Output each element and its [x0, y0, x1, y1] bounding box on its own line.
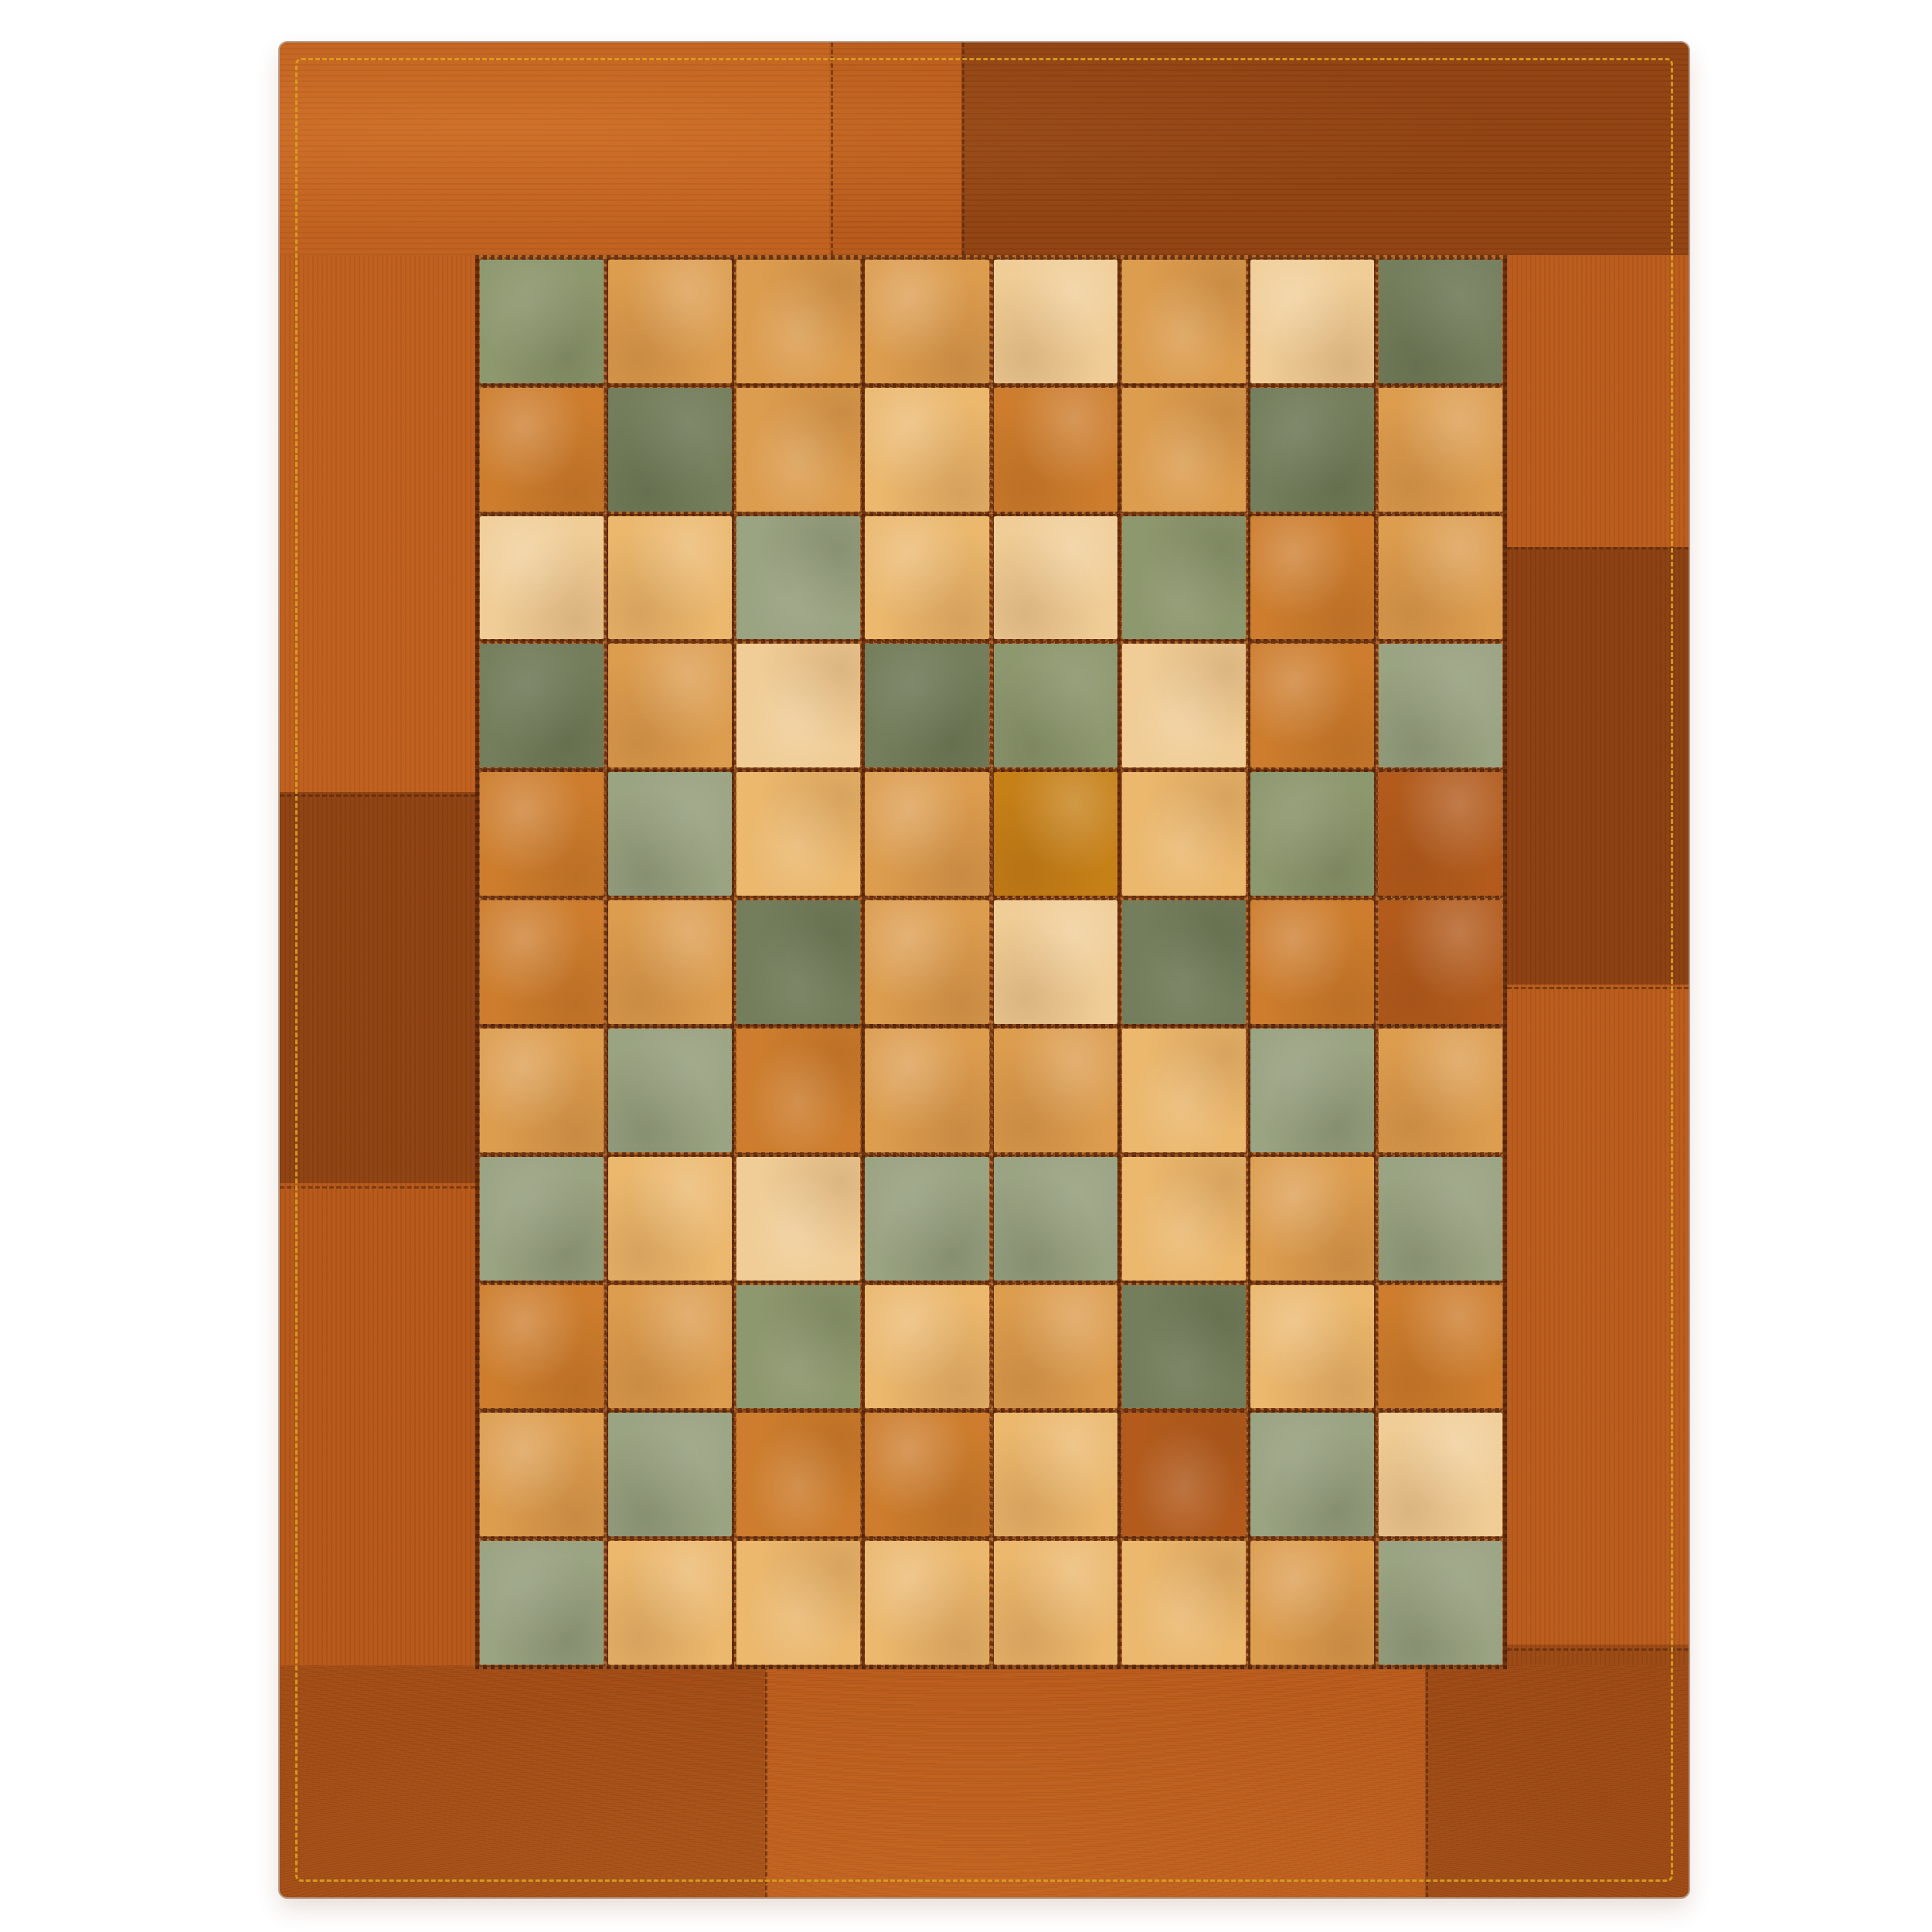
board-square-r6c1[interactable] — [480, 900, 604, 1024]
board-square-r11c2[interactable] — [608, 1541, 732, 1665]
board-square-r6c3[interactable] — [736, 900, 860, 1024]
board-square-r3c7[interactable] — [1250, 516, 1374, 640]
board-square-r2c7[interactable] — [1250, 388, 1374, 512]
board-square-r7c2[interactable] — [608, 1029, 732, 1152]
board-square-r9c5[interactable] — [994, 1285, 1117, 1409]
board-square-r7c8[interactable] — [1379, 1029, 1502, 1152]
board-square-r6c4[interactable] — [865, 900, 988, 1024]
board-square-r11c5[interactable] — [994, 1541, 1117, 1665]
border-patch-seam — [765, 1665, 767, 1897]
board-square-r5c7[interactable] — [1250, 772, 1374, 896]
border-patch-seam — [1507, 547, 1689, 549]
board-square-r10c1[interactable] — [480, 1413, 604, 1536]
leather-patchwork-game-rug — [280, 43, 1689, 1897]
border-top-strip — [280, 43, 1689, 255]
board-square-r7c7[interactable] — [1250, 1029, 1374, 1152]
board-square-r1c2[interactable] — [608, 260, 732, 383]
board-square-r7c1[interactable] — [480, 1029, 604, 1152]
board-square-r5c2[interactable] — [608, 772, 732, 896]
board-square-r4c1[interactable] — [480, 644, 604, 767]
board-square-r1c8[interactable] — [1379, 260, 1502, 383]
board-square-r3c4[interactable] — [865, 516, 988, 640]
board-square-r7c4[interactable] — [865, 1029, 988, 1152]
board-square-r3c3[interactable] — [736, 516, 860, 640]
board-square-r8c5[interactable] — [994, 1157, 1117, 1281]
board-square-r4c5[interactable] — [994, 644, 1117, 767]
border-left-strip — [280, 255, 475, 1665]
board-square-r3c6[interactable] — [1122, 516, 1246, 640]
border-patch-seam — [831, 43, 833, 255]
board-square-r8c2[interactable] — [608, 1157, 732, 1281]
board-square-r11c4[interactable] — [865, 1541, 988, 1665]
board-square-r7c3[interactable] — [736, 1029, 860, 1152]
board-square-r5c5[interactable] — [994, 772, 1117, 896]
border-patch-seam — [1426, 1665, 1428, 1897]
board-square-r11c7[interactable] — [1250, 1541, 1374, 1665]
board-square-r9c2[interactable] — [608, 1285, 732, 1409]
border-patch-seam — [962, 43, 964, 255]
board-square-r10c8[interactable] — [1379, 1413, 1502, 1536]
border-patch-seam — [280, 1186, 475, 1189]
board-square-r6c2[interactable] — [608, 900, 732, 1024]
board-square-r8c4[interactable] — [865, 1157, 988, 1281]
board-square-r3c1[interactable] — [480, 516, 604, 640]
board-square-r10c2[interactable] — [608, 1413, 732, 1536]
board-square-r1c3[interactable] — [736, 260, 860, 383]
border-patch-seam — [1507, 1648, 1689, 1651]
board-square-r10c3[interactable] — [736, 1413, 860, 1536]
board-square-r1c1[interactable] — [480, 260, 604, 383]
board-square-r8c6[interactable] — [1122, 1157, 1246, 1281]
board-square-r3c5[interactable] — [994, 516, 1117, 640]
board-square-r8c3[interactable] — [736, 1157, 860, 1281]
board-square-r8c8[interactable] — [1379, 1157, 1502, 1281]
board-square-r1c7[interactable] — [1250, 260, 1374, 383]
border-patch-seam — [280, 794, 475, 797]
board-square-r10c7[interactable] — [1250, 1413, 1374, 1536]
board-square-r9c6[interactable] — [1122, 1285, 1246, 1409]
board-square-r4c6[interactable] — [1122, 644, 1246, 767]
board-square-r6c6[interactable] — [1122, 900, 1246, 1024]
board-square-r5c3[interactable] — [736, 772, 860, 896]
board-square-r8c7[interactable] — [1250, 1157, 1374, 1281]
board-square-r1c4[interactable] — [865, 260, 988, 383]
board-square-r9c3[interactable] — [736, 1285, 860, 1409]
board-square-r9c1[interactable] — [480, 1285, 604, 1409]
board-square-r10c6[interactable] — [1122, 1413, 1246, 1536]
border-bottom-strip — [280, 1665, 1689, 1897]
border-patch-seam — [1507, 987, 1689, 989]
board-square-r4c7[interactable] — [1250, 644, 1374, 767]
board-square-r11c8[interactable] — [1379, 1541, 1502, 1665]
board-square-r5c1[interactable] — [480, 772, 604, 896]
board-square-r2c3[interactable] — [736, 388, 860, 512]
board-square-r11c1[interactable] — [480, 1541, 604, 1665]
board-square-r9c8[interactable] — [1379, 1285, 1502, 1409]
board-square-r4c4[interactable] — [865, 644, 988, 767]
board-square-r2c4[interactable] — [865, 388, 988, 512]
board-square-r8c1[interactable] — [480, 1157, 604, 1281]
board-square-r3c8[interactable] — [1379, 516, 1502, 640]
board-square-r6c8[interactable] — [1379, 900, 1502, 1024]
board-square-r2c2[interactable] — [608, 388, 732, 512]
board-square-r7c5[interactable] — [994, 1029, 1117, 1152]
board-square-r11c6[interactable] — [1122, 1541, 1246, 1665]
board-square-r4c8[interactable] — [1379, 644, 1502, 767]
board-square-r2c5[interactable] — [994, 388, 1117, 512]
board-square-r7c6[interactable] — [1122, 1029, 1246, 1152]
board-square-r1c6[interactable] — [1122, 260, 1246, 383]
board-square-r10c4[interactable] — [865, 1413, 988, 1536]
board-square-r5c8[interactable] — [1379, 772, 1502, 896]
board-square-r6c7[interactable] — [1250, 900, 1374, 1024]
board-square-r1c5[interactable] — [994, 260, 1117, 383]
border-right-strip — [1507, 255, 1689, 1665]
game-board-grid — [475, 255, 1507, 1669]
board-square-r11c3[interactable] — [736, 1541, 860, 1665]
board-square-r2c8[interactable] — [1379, 388, 1502, 512]
board-square-r9c4[interactable] — [865, 1285, 988, 1409]
board-square-r10c5[interactable] — [994, 1413, 1117, 1536]
board-square-r5c6[interactable] — [1122, 772, 1246, 896]
board-square-r9c7[interactable] — [1250, 1285, 1374, 1409]
board-square-r4c2[interactable] — [608, 644, 732, 767]
board-square-r4c3[interactable] — [736, 644, 860, 767]
board-square-r5c4[interactable] — [865, 772, 988, 896]
board-square-r2c6[interactable] — [1122, 388, 1246, 512]
board-square-r3c2[interactable] — [608, 516, 732, 640]
board-square-r6c5[interactable] — [994, 900, 1117, 1024]
board-square-r2c1[interactable] — [480, 388, 604, 512]
